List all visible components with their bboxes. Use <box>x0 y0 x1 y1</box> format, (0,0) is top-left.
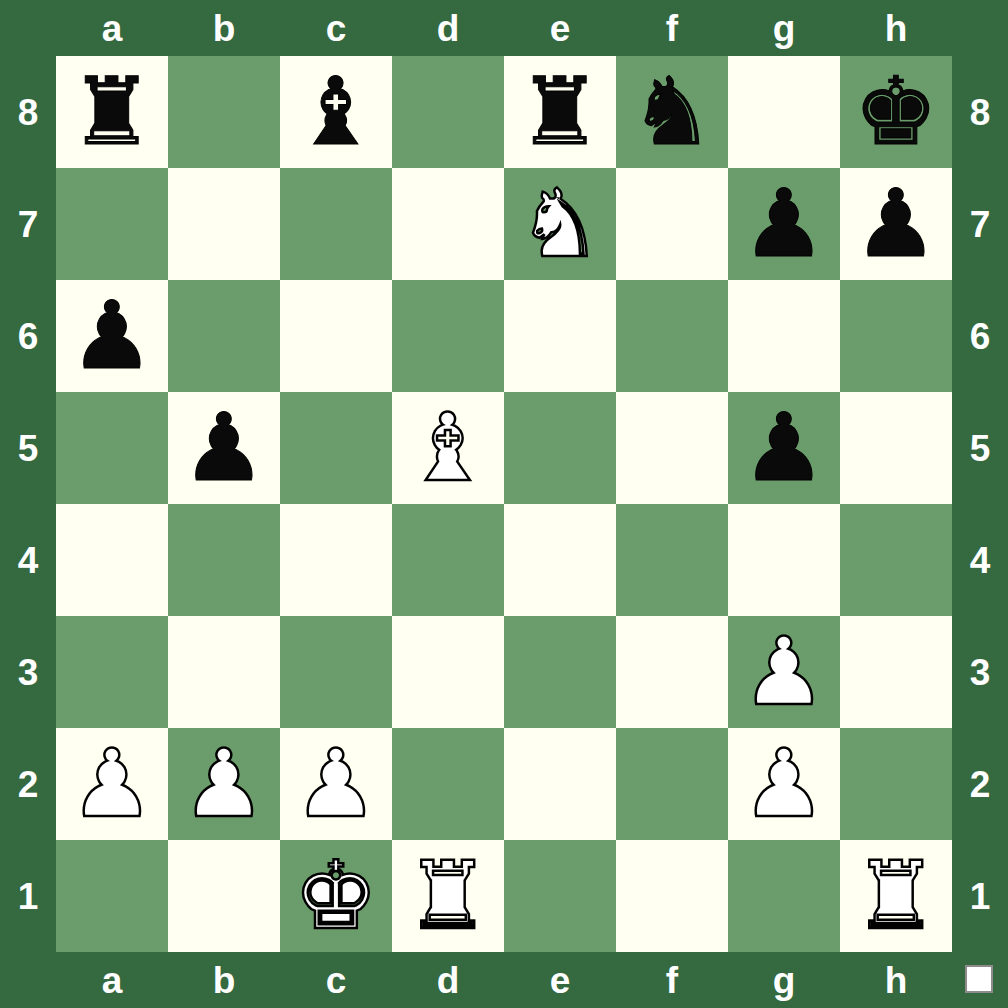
white-pawn: ♟ <box>742 616 826 728</box>
square-f6[interactable] <box>616 280 728 392</box>
square-e7[interactable]: ♞ <box>504 168 616 280</box>
square-d6[interactable] <box>392 280 504 392</box>
rank-label-5: 5 <box>0 392 56 504</box>
square-a7[interactable] <box>56 168 168 280</box>
square-b7[interactable] <box>168 168 280 280</box>
square-h4[interactable] <box>840 504 952 616</box>
square-d8[interactable] <box>392 56 504 168</box>
rank-labels-left: 87654321 <box>0 56 56 952</box>
file-label-e: e <box>504 952 616 1008</box>
chess-diagram: abcdefgh 87654321 87654321 abcdefgh ♜♝♜♞… <box>0 0 1008 1008</box>
square-b5[interactable]: ♟ <box>168 392 280 504</box>
white-pawn: ♟ <box>294 728 378 840</box>
rank-labels-right: 87654321 <box>952 56 1008 952</box>
rank-label-4: 4 <box>0 504 56 616</box>
file-label-g: g <box>728 0 840 56</box>
black-king: ♚ <box>854 56 938 168</box>
square-c4[interactable] <box>280 504 392 616</box>
black-knight: ♞ <box>630 56 714 168</box>
file-label-d: d <box>392 0 504 56</box>
square-a5[interactable] <box>56 392 168 504</box>
square-f8[interactable]: ♞ <box>616 56 728 168</box>
white-pawn: ♟ <box>182 728 266 840</box>
square-h1[interactable]: ♜ <box>840 840 952 952</box>
rank-label-5: 5 <box>952 392 1008 504</box>
rank-label-2: 2 <box>0 728 56 840</box>
square-b2[interactable]: ♟ <box>168 728 280 840</box>
square-g6[interactable] <box>728 280 840 392</box>
square-h7[interactable]: ♟ <box>840 168 952 280</box>
file-label-e: e <box>504 0 616 56</box>
square-e4[interactable] <box>504 504 616 616</box>
square-g2[interactable]: ♟ <box>728 728 840 840</box>
white-rook: ♜ <box>406 840 490 952</box>
rank-label-8: 8 <box>952 56 1008 168</box>
square-b6[interactable] <box>168 280 280 392</box>
square-b8[interactable] <box>168 56 280 168</box>
file-label-h: h <box>840 0 952 56</box>
square-c3[interactable] <box>280 616 392 728</box>
square-d3[interactable] <box>392 616 504 728</box>
square-a6[interactable]: ♟ <box>56 280 168 392</box>
square-h8[interactable]: ♚ <box>840 56 952 168</box>
square-g7[interactable]: ♟ <box>728 168 840 280</box>
square-c6[interactable] <box>280 280 392 392</box>
rank-label-8: 8 <box>0 56 56 168</box>
square-d4[interactable] <box>392 504 504 616</box>
black-pawn: ♟ <box>742 392 826 504</box>
rank-label-7: 7 <box>952 168 1008 280</box>
square-d2[interactable] <box>392 728 504 840</box>
square-f3[interactable] <box>616 616 728 728</box>
rank-label-4: 4 <box>952 504 1008 616</box>
side-to-move-indicator <box>965 965 993 993</box>
square-b4[interactable] <box>168 504 280 616</box>
white-rook: ♜ <box>854 840 938 952</box>
white-pawn: ♟ <box>742 728 826 840</box>
square-h6[interactable] <box>840 280 952 392</box>
square-e8[interactable]: ♜ <box>504 56 616 168</box>
file-label-c: c <box>280 952 392 1008</box>
square-c7[interactable] <box>280 168 392 280</box>
rank-label-7: 7 <box>0 168 56 280</box>
file-label-b: b <box>168 952 280 1008</box>
square-e6[interactable] <box>504 280 616 392</box>
black-rook: ♜ <box>518 56 602 168</box>
square-f7[interactable] <box>616 168 728 280</box>
square-d7[interactable] <box>392 168 504 280</box>
black-bishop: ♝ <box>294 56 378 168</box>
black-pawn: ♟ <box>70 280 154 392</box>
square-a4[interactable] <box>56 504 168 616</box>
square-d1[interactable]: ♜ <box>392 840 504 952</box>
file-label-a: a <box>56 0 168 56</box>
square-e3[interactable] <box>504 616 616 728</box>
square-f2[interactable] <box>616 728 728 840</box>
square-c2[interactable]: ♟ <box>280 728 392 840</box>
file-label-f: f <box>616 0 728 56</box>
square-f1[interactable] <box>616 840 728 952</box>
file-labels-top: abcdefgh <box>56 0 952 56</box>
square-d5[interactable]: ♝ <box>392 392 504 504</box>
square-g4[interactable] <box>728 504 840 616</box>
rank-label-3: 3 <box>0 616 56 728</box>
square-h5[interactable] <box>840 392 952 504</box>
square-c1[interactable]: ♚ <box>280 840 392 952</box>
file-label-c: c <box>280 0 392 56</box>
white-bishop: ♝ <box>406 392 490 504</box>
square-c8[interactable]: ♝ <box>280 56 392 168</box>
black-rook: ♜ <box>70 56 154 168</box>
rank-label-3: 3 <box>952 616 1008 728</box>
file-label-a: a <box>56 952 168 1008</box>
file-labels-bottom: abcdefgh <box>56 952 952 1008</box>
rank-label-2: 2 <box>952 728 1008 840</box>
square-h2[interactable] <box>840 728 952 840</box>
square-a2[interactable]: ♟ <box>56 728 168 840</box>
rank-label-1: 1 <box>952 840 1008 952</box>
square-g1[interactable] <box>728 840 840 952</box>
rank-label-1: 1 <box>0 840 56 952</box>
black-pawn: ♟ <box>854 168 938 280</box>
square-h3[interactable] <box>840 616 952 728</box>
square-c5[interactable] <box>280 392 392 504</box>
square-g5[interactable]: ♟ <box>728 392 840 504</box>
square-e1[interactable] <box>504 840 616 952</box>
black-pawn: ♟ <box>182 392 266 504</box>
white-king: ♚ <box>294 840 378 952</box>
file-label-h: h <box>840 952 952 1008</box>
square-b3[interactable] <box>168 616 280 728</box>
square-f5[interactable] <box>616 392 728 504</box>
square-b1[interactable] <box>168 840 280 952</box>
chess-board: ♜♝♜♞♚♞♟♟♟♟♝♟♟♟♟♟♟♚♜♜ <box>56 56 952 952</box>
black-pawn: ♟ <box>742 168 826 280</box>
file-label-d: d <box>392 952 504 1008</box>
square-e2[interactable] <box>504 728 616 840</box>
white-knight: ♞ <box>518 168 602 280</box>
rank-label-6: 6 <box>952 280 1008 392</box>
rank-label-6: 6 <box>0 280 56 392</box>
file-label-b: b <box>168 0 280 56</box>
square-g3[interactable]: ♟ <box>728 616 840 728</box>
square-f4[interactable] <box>616 504 728 616</box>
white-pawn: ♟ <box>70 728 154 840</box>
square-e5[interactable] <box>504 392 616 504</box>
square-g8[interactable] <box>728 56 840 168</box>
square-a1[interactable] <box>56 840 168 952</box>
file-label-g: g <box>728 952 840 1008</box>
square-a3[interactable] <box>56 616 168 728</box>
file-label-f: f <box>616 952 728 1008</box>
square-a8[interactable]: ♜ <box>56 56 168 168</box>
